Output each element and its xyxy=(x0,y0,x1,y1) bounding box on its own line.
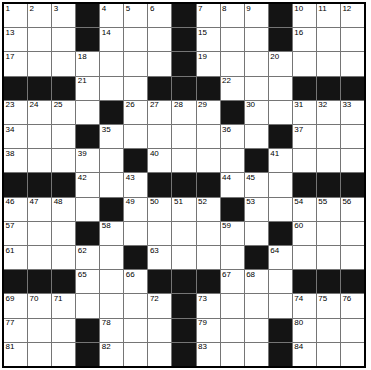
clue-number: 78 xyxy=(102,319,111,327)
blocked-cell xyxy=(172,343,195,366)
grid-cell[interactable] xyxy=(221,149,244,172)
clue-number: 15 xyxy=(198,29,207,37)
grid-cell[interactable]: 36 xyxy=(221,125,244,148)
grid-cell[interactable]: 72 xyxy=(148,294,171,317)
grid-cell[interactable] xyxy=(28,28,51,51)
clue-number: 33 xyxy=(342,101,351,109)
blocked-cell xyxy=(100,198,123,221)
grid-cell[interactable] xyxy=(172,149,195,172)
grid-cell[interactable]: 82 xyxy=(100,343,123,366)
grid-cell[interactable]: 47 xyxy=(28,198,51,221)
grid-cell[interactable] xyxy=(100,173,123,196)
grid-cell[interactable] xyxy=(317,52,340,75)
blocked-cell xyxy=(172,173,195,196)
grid-cell[interactable] xyxy=(341,343,364,366)
clue-number: 50 xyxy=(150,198,159,206)
crossword-board: 1234567891011121314151617181920212223242… xyxy=(2,2,366,368)
blocked-cell xyxy=(28,77,51,100)
grid-cell[interactable] xyxy=(341,246,364,269)
grid-cell[interactable]: 30 xyxy=(245,101,268,124)
clue-number: 21 xyxy=(78,77,87,85)
clue-number: 35 xyxy=(102,126,111,134)
grid-cell[interactable]: 74 xyxy=(293,294,316,317)
grid-cell[interactable]: 56 xyxy=(341,198,364,221)
grid-cell[interactable] xyxy=(52,52,75,75)
grid-cell[interactable]: 51 xyxy=(172,198,195,221)
blocked-cell xyxy=(293,77,316,100)
grid-cell[interactable]: 50 xyxy=(148,198,171,221)
grid-cell[interactable]: 73 xyxy=(197,294,220,317)
grid-cell[interactable]: 57 xyxy=(4,222,27,245)
blocked-cell xyxy=(52,173,75,196)
grid-cell[interactable] xyxy=(221,246,244,269)
clue-number: 1 xyxy=(6,5,10,13)
blocked-cell xyxy=(124,246,147,269)
grid-cell[interactable]: 33 xyxy=(341,101,364,124)
grid-cell[interactable]: 34 xyxy=(4,125,27,148)
grid-cell[interactable] xyxy=(245,343,268,366)
blocked-cell xyxy=(52,270,75,293)
grid-cell[interactable] xyxy=(197,149,220,172)
clue-number: 46 xyxy=(6,198,15,206)
grid-cell[interactable] xyxy=(269,101,292,124)
grid-cell[interactable] xyxy=(341,52,364,75)
blocked-cell xyxy=(197,77,220,100)
grid-cell[interactable] xyxy=(245,28,268,51)
blocked-cell xyxy=(269,4,292,27)
grid-cell[interactable]: 27 xyxy=(148,101,171,124)
blocked-cell xyxy=(293,173,316,196)
grid-cell[interactable]: 29 xyxy=(197,101,220,124)
grid-cell[interactable]: 20 xyxy=(269,52,292,75)
blocked-cell xyxy=(197,270,220,293)
clue-number: 49 xyxy=(126,198,135,206)
blocked-cell xyxy=(293,270,316,293)
grid-cell[interactable]: 41 xyxy=(269,149,292,172)
clue-number: 22 xyxy=(222,77,231,85)
blocked-cell xyxy=(341,77,364,100)
grid-cell[interactable]: 16 xyxy=(293,28,316,51)
grid-cell[interactable] xyxy=(245,52,268,75)
clue-number: 25 xyxy=(54,101,63,109)
blocked-cell xyxy=(4,270,27,293)
blocked-cell xyxy=(4,173,27,196)
clue-number: 27 xyxy=(150,101,159,109)
grid-cell[interactable] xyxy=(148,343,171,366)
clue-number: 62 xyxy=(78,247,87,255)
grid-cell[interactable] xyxy=(197,222,220,245)
clue-number: 45 xyxy=(246,174,255,182)
grid-cell[interactable]: 18 xyxy=(76,52,99,75)
grid-cell[interactable] xyxy=(269,294,292,317)
clue-number: 63 xyxy=(150,247,159,255)
grid-cell[interactable] xyxy=(76,198,99,221)
grid-cell[interactable] xyxy=(317,28,340,51)
crossword-page: 1234567891011121314151617181920212223242… xyxy=(0,0,371,370)
grid-cell[interactable]: 17 xyxy=(4,52,27,75)
grid-cell[interactable]: 79 xyxy=(197,319,220,342)
clue-number: 10 xyxy=(294,5,303,13)
blocked-cell xyxy=(269,343,292,366)
grid-cell[interactable] xyxy=(100,149,123,172)
grid-cell[interactable]: 52 xyxy=(197,198,220,221)
grid-cell[interactable] xyxy=(317,222,340,245)
grid-cell[interactable]: 80 xyxy=(293,319,316,342)
grid-cell[interactable] xyxy=(100,294,123,317)
grid-cell[interactable] xyxy=(172,222,195,245)
clue-number: 77 xyxy=(6,319,15,327)
clue-number: 64 xyxy=(270,247,279,255)
grid-cell[interactable]: 7 xyxy=(197,4,220,27)
blocked-cell xyxy=(172,270,195,293)
grid-cell[interactable]: 28 xyxy=(172,101,195,124)
grid-cell[interactable] xyxy=(269,173,292,196)
grid-cell[interactable] xyxy=(52,343,75,366)
grid-cell[interactable]: 22 xyxy=(221,77,244,100)
grid-cell[interactable] xyxy=(52,149,75,172)
grid-cell[interactable] xyxy=(124,294,147,317)
grid-cell[interactable] xyxy=(100,77,123,100)
grid-cell[interactable]: 11 xyxy=(317,4,340,27)
clue-number: 41 xyxy=(270,150,279,158)
grid-cell[interactable] xyxy=(341,149,364,172)
grid-cell[interactable]: 69 xyxy=(4,294,27,317)
blocked-cell xyxy=(172,294,195,317)
blocked-cell xyxy=(245,149,268,172)
grid-cell[interactable]: 60 xyxy=(293,222,316,245)
grid-cell[interactable]: 15 xyxy=(197,28,220,51)
grid-cell[interactable] xyxy=(100,246,123,269)
clue-number: 7 xyxy=(198,5,202,13)
grid-cell[interactable]: 13 xyxy=(4,28,27,51)
grid-cell[interactable]: 59 xyxy=(221,222,244,245)
grid-cell[interactable]: 58 xyxy=(100,222,123,245)
clue-number: 6 xyxy=(150,5,154,13)
grid-cell[interactable] xyxy=(148,28,171,51)
blocked-cell xyxy=(317,270,340,293)
grid-cell[interactable]: 10 xyxy=(293,4,316,27)
grid-cell[interactable]: 68 xyxy=(245,270,268,293)
grid-cell[interactable] xyxy=(124,125,147,148)
grid-cell[interactable] xyxy=(172,246,195,269)
grid-cell[interactable] xyxy=(76,294,99,317)
clue-number: 69 xyxy=(6,295,15,303)
grid-cell[interactable]: 39 xyxy=(76,149,99,172)
clue-number: 31 xyxy=(294,101,303,109)
blocked-cell xyxy=(28,173,51,196)
grid-cell[interactable]: 12 xyxy=(341,4,364,27)
clue-number: 16 xyxy=(294,29,303,37)
blocked-cell xyxy=(76,28,99,51)
grid-cell[interactable] xyxy=(221,294,244,317)
grid-cell[interactable] xyxy=(317,149,340,172)
grid-cell[interactable]: 75 xyxy=(317,294,340,317)
blocked-cell xyxy=(221,101,244,124)
grid-cell[interactable] xyxy=(269,77,292,100)
grid-cell[interactable] xyxy=(28,319,51,342)
clue-number: 40 xyxy=(150,150,159,158)
clue-number: 51 xyxy=(174,198,183,206)
grid-cell[interactable]: 4 xyxy=(100,4,123,27)
blocked-cell xyxy=(341,173,364,196)
grid-cell[interactable] xyxy=(221,52,244,75)
clue-number: 52 xyxy=(198,198,207,206)
grid-cell[interactable] xyxy=(245,294,268,317)
blocked-cell xyxy=(4,77,27,100)
clue-number: 32 xyxy=(318,101,327,109)
grid-cell[interactable]: 71 xyxy=(52,294,75,317)
grid-cell[interactable]: 61 xyxy=(4,246,27,269)
clue-number: 13 xyxy=(6,29,15,37)
clue-number: 81 xyxy=(6,343,15,351)
grid-cell[interactable] xyxy=(148,125,171,148)
grid-cell[interactable]: 23 xyxy=(4,101,27,124)
grid-cell[interactable]: 76 xyxy=(341,294,364,317)
blocked-cell xyxy=(221,198,244,221)
clue-number: 8 xyxy=(222,5,226,13)
grid-cell[interactable]: 21 xyxy=(76,77,99,100)
grid-cell[interactable] xyxy=(197,125,220,148)
grid-cell[interactable]: 54 xyxy=(293,198,316,221)
clue-number: 19 xyxy=(198,53,207,61)
grid-cell[interactable] xyxy=(341,28,364,51)
grid-cell[interactable]: 19 xyxy=(197,52,220,75)
grid-cell[interactable] xyxy=(124,343,147,366)
grid-cell[interactable]: 67 xyxy=(221,270,244,293)
grid-cell[interactable]: 32 xyxy=(317,101,340,124)
grid-cell[interactable] xyxy=(148,319,171,342)
grid-cell[interactable]: 45 xyxy=(245,173,268,196)
clue-number: 67 xyxy=(222,271,231,279)
grid-cell[interactable] xyxy=(100,270,123,293)
grid-cell[interactable] xyxy=(293,149,316,172)
blocked-cell xyxy=(172,77,195,100)
clue-number: 55 xyxy=(318,198,327,206)
grid-cell[interactable] xyxy=(293,246,316,269)
grid-cell[interactable] xyxy=(317,343,340,366)
clue-number: 36 xyxy=(222,126,231,134)
clue-number: 72 xyxy=(150,295,159,303)
blocked-cell xyxy=(172,4,195,27)
clue-number: 54 xyxy=(294,198,303,206)
grid-cell[interactable] xyxy=(341,319,364,342)
clue-number: 12 xyxy=(342,5,351,13)
grid-cell[interactable]: 38 xyxy=(4,149,27,172)
grid-cell[interactable]: 2 xyxy=(28,4,51,27)
clue-number: 37 xyxy=(294,126,303,134)
grid-cell[interactable]: 53 xyxy=(245,198,268,221)
grid-cell[interactable]: 49 xyxy=(124,198,147,221)
blocked-cell xyxy=(76,125,99,148)
grid-cell[interactable]: 31 xyxy=(293,101,316,124)
grid-cell[interactable]: 5 xyxy=(124,4,147,27)
grid-cell[interactable]: 42 xyxy=(76,173,99,196)
clue-number: 34 xyxy=(6,126,15,134)
clue-number: 65 xyxy=(78,271,87,279)
grid-cell[interactable]: 55 xyxy=(317,198,340,221)
grid-cell[interactable] xyxy=(197,246,220,269)
grid-cell[interactable] xyxy=(124,222,147,245)
blocked-cell xyxy=(172,52,195,75)
grid-cell[interactable] xyxy=(52,28,75,51)
blocked-cell xyxy=(172,319,195,342)
clue-number: 18 xyxy=(78,53,87,61)
clue-number: 47 xyxy=(30,198,39,206)
blocked-cell xyxy=(172,28,195,51)
grid-cell[interactable]: 70 xyxy=(28,294,51,317)
grid-cell[interactable]: 48 xyxy=(52,198,75,221)
clue-number: 79 xyxy=(198,319,207,327)
grid-cell[interactable]: 8 xyxy=(221,4,244,27)
blocked-cell xyxy=(124,149,147,172)
clue-number: 82 xyxy=(102,343,111,351)
grid-cell[interactable] xyxy=(100,52,123,75)
clue-number: 61 xyxy=(6,247,15,255)
clue-number: 23 xyxy=(6,101,15,109)
clue-number: 9 xyxy=(246,5,250,13)
clue-number: 68 xyxy=(246,271,255,279)
clue-number: 57 xyxy=(6,222,15,230)
blocked-cell xyxy=(245,246,268,269)
grid-cell[interactable] xyxy=(148,222,171,245)
grid-cell[interactable]: 81 xyxy=(4,343,27,366)
grid-cell[interactable] xyxy=(28,149,51,172)
clue-number: 20 xyxy=(270,53,279,61)
grid-cell[interactable] xyxy=(293,52,316,75)
grid-cell[interactable]: 14 xyxy=(100,28,123,51)
grid-cell[interactable]: 83 xyxy=(197,343,220,366)
clue-number: 11 xyxy=(318,5,326,13)
grid-cell[interactable]: 26 xyxy=(124,101,147,124)
grid-cell[interactable]: 1 xyxy=(4,4,27,27)
clue-number: 60 xyxy=(294,222,303,230)
clue-number: 5 xyxy=(126,5,130,13)
grid-cell[interactable]: 65 xyxy=(76,270,99,293)
clue-number: 38 xyxy=(6,150,15,158)
grid-cell[interactable] xyxy=(124,319,147,342)
grid-cell[interactable] xyxy=(28,222,51,245)
grid-cell[interactable] xyxy=(52,222,75,245)
grid-cell[interactable] xyxy=(28,125,51,148)
grid-cell[interactable] xyxy=(28,343,51,366)
blocked-cell xyxy=(76,4,99,27)
blocked-cell xyxy=(269,125,292,148)
clue-number: 83 xyxy=(198,343,207,351)
grid-cell[interactable]: 9 xyxy=(245,4,268,27)
grid-cell[interactable] xyxy=(221,28,244,51)
clue-number: 28 xyxy=(174,101,183,109)
blocked-cell xyxy=(148,270,171,293)
grid-cell[interactable] xyxy=(245,125,268,148)
grid-cell[interactable] xyxy=(148,52,171,75)
grid-cell[interactable] xyxy=(341,125,364,148)
grid-cell[interactable]: 62 xyxy=(76,246,99,269)
grid-cell[interactable]: 25 xyxy=(52,101,75,124)
clue-number: 53 xyxy=(246,198,255,206)
clue-number: 14 xyxy=(102,29,111,37)
grid-cell[interactable]: 77 xyxy=(4,319,27,342)
grid-cell[interactable] xyxy=(317,125,340,148)
blocked-cell xyxy=(148,173,171,196)
clue-number: 66 xyxy=(126,271,135,279)
grid-cell[interactable] xyxy=(317,319,340,342)
grid-cell[interactable] xyxy=(52,319,75,342)
blocked-cell xyxy=(148,77,171,100)
clue-number: 29 xyxy=(198,101,207,109)
clue-number: 39 xyxy=(78,150,87,158)
grid-cell[interactable]: 40 xyxy=(148,149,171,172)
blocked-cell xyxy=(197,173,220,196)
blocked-cell xyxy=(100,101,123,124)
grid-cell[interactable]: 44 xyxy=(221,173,244,196)
grid-cell[interactable] xyxy=(76,101,99,124)
blocked-cell xyxy=(317,173,340,196)
clue-number: 74 xyxy=(294,295,303,303)
grid-cell[interactable] xyxy=(341,222,364,245)
grid-cell[interactable] xyxy=(221,343,244,366)
clue-number: 70 xyxy=(30,295,39,303)
clue-number: 43 xyxy=(126,174,135,182)
grid-cell[interactable]: 6 xyxy=(148,4,171,27)
grid-cell[interactable]: 78 xyxy=(100,319,123,342)
blocked-cell xyxy=(76,343,99,366)
grid-cell[interactable]: 66 xyxy=(124,270,147,293)
grid-cell[interactable]: 63 xyxy=(148,246,171,269)
clue-number: 42 xyxy=(78,174,87,182)
blocked-cell xyxy=(317,77,340,100)
grid-cell[interactable]: 46 xyxy=(4,198,27,221)
grid-cell[interactable]: 64 xyxy=(269,246,292,269)
grid-cell[interactable] xyxy=(172,125,195,148)
blocked-cell xyxy=(52,77,75,100)
grid-cell[interactable]: 37 xyxy=(293,125,316,148)
clue-number: 44 xyxy=(222,174,231,182)
grid-cell[interactable] xyxy=(245,222,268,245)
clue-number: 48 xyxy=(54,198,63,206)
grid-cell[interactable] xyxy=(221,319,244,342)
clue-number: 59 xyxy=(222,222,231,230)
clue-number: 80 xyxy=(294,319,303,327)
grid-cell[interactable]: 84 xyxy=(293,343,316,366)
grid-cell[interactable] xyxy=(52,125,75,148)
clue-number: 26 xyxy=(126,101,135,109)
grid-cell[interactable] xyxy=(124,28,147,51)
blocked-cell xyxy=(76,319,99,342)
clue-number: 4 xyxy=(102,5,106,13)
clue-number: 2 xyxy=(30,5,34,13)
grid-cell[interactable]: 24 xyxy=(28,101,51,124)
grid-cell[interactable] xyxy=(245,319,268,342)
grid-cell[interactable]: 43 xyxy=(124,173,147,196)
grid-cell[interactable]: 3 xyxy=(52,4,75,27)
blocked-cell xyxy=(76,222,99,245)
grid-cell[interactable] xyxy=(124,52,147,75)
grid-cell[interactable] xyxy=(124,77,147,100)
grid-cell[interactable] xyxy=(52,246,75,269)
grid-cell[interactable] xyxy=(269,270,292,293)
clue-number: 58 xyxy=(102,222,111,230)
clue-number: 71 xyxy=(54,295,63,303)
blocked-cell xyxy=(269,222,292,245)
grid-cell[interactable] xyxy=(269,198,292,221)
grid-cell[interactable] xyxy=(317,246,340,269)
grid-cell[interactable] xyxy=(28,246,51,269)
blocked-cell xyxy=(28,270,51,293)
clue-number: 3 xyxy=(54,5,58,13)
grid-cell[interactable]: 35 xyxy=(100,125,123,148)
grid-cell[interactable] xyxy=(245,77,268,100)
grid-cell[interactable] xyxy=(28,52,51,75)
